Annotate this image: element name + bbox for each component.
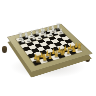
- chess-piece-gold-p: ♟: [74, 42, 79, 49]
- board-foot-west: [2, 46, 7, 53]
- square: ♞: [39, 58, 48, 63]
- square: ♜: [74, 48, 83, 53]
- square: ♟: [70, 45, 79, 50]
- chess-piece-gold-r: ♜: [76, 43, 82, 52]
- chess-set-photo[interactable]: ♜♞♝♛♚♝♞♜♟♟♟♟♟♟♟♟♟♟♟♟♟♟♟♟♜♞♝♛♚♝♞♜: [0, 0, 96, 96]
